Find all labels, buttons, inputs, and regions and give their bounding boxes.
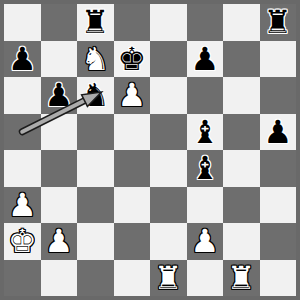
piece-black-knight-c6[interactable]: ♞	[81, 77, 110, 114]
piece-black-rook-c8[interactable]: ♜	[81, 4, 110, 41]
piece-black-pawn-b6[interactable]: ♟	[44, 77, 73, 114]
square-c5[interactable]	[77, 114, 114, 151]
square-h5[interactable]: ♟	[260, 114, 297, 151]
square-b6[interactable]: ♟	[41, 77, 78, 114]
square-a8[interactable]	[4, 4, 41, 41]
square-d6[interactable]: ♟	[114, 77, 151, 114]
square-h6[interactable]	[260, 77, 297, 114]
piece-black-rook-h8[interactable]: ♜	[263, 4, 292, 41]
square-h8[interactable]: ♜	[260, 4, 297, 41]
piece-white-rook-g1[interactable]: ♜	[227, 260, 256, 297]
piece-white-pawn-f2[interactable]: ♟	[190, 223, 219, 260]
square-h1[interactable]	[260, 260, 297, 297]
piece-black-pawn-h5[interactable]: ♟	[263, 114, 292, 151]
square-g3[interactable]	[223, 187, 260, 224]
square-a6[interactable]	[4, 77, 41, 114]
square-f7[interactable]: ♟	[187, 41, 224, 78]
piece-black-pawn-f7[interactable]: ♟	[190, 41, 219, 78]
chessboard: ♜♜♟♞♚♟♟♞♟♝♟♝♟♚♟♟♜♜	[4, 4, 296, 296]
square-g2[interactable]	[223, 223, 260, 260]
piece-white-rook-e1[interactable]: ♜	[154, 260, 183, 297]
piece-black-bishop-f4[interactable]: ♝	[190, 150, 219, 187]
square-f4[interactable]: ♝	[187, 150, 224, 187]
square-g5[interactable]	[223, 114, 260, 151]
square-d1[interactable]	[114, 260, 151, 297]
square-g1[interactable]: ♜	[223, 260, 260, 297]
square-c2[interactable]	[77, 223, 114, 260]
square-b1[interactable]	[41, 260, 78, 297]
square-a4[interactable]	[4, 150, 41, 187]
square-e2[interactable]	[150, 223, 187, 260]
piece-white-king-a2[interactable]: ♚	[8, 223, 37, 260]
square-h2[interactable]	[260, 223, 297, 260]
square-f8[interactable]	[187, 4, 224, 41]
piece-white-knight-c7[interactable]: ♞	[81, 41, 110, 78]
square-b5[interactable]	[41, 114, 78, 151]
square-c1[interactable]	[77, 260, 114, 297]
square-e1[interactable]: ♜	[150, 260, 187, 297]
square-d7[interactable]: ♚	[114, 41, 151, 78]
square-c6[interactable]: ♞	[77, 77, 114, 114]
piece-black-pawn-a7[interactable]: ♟	[8, 41, 37, 78]
square-d2[interactable]	[114, 223, 151, 260]
square-g7[interactable]	[223, 41, 260, 78]
square-e5[interactable]	[150, 114, 187, 151]
square-b4[interactable]	[41, 150, 78, 187]
square-f3[interactable]	[187, 187, 224, 224]
square-e4[interactable]	[150, 150, 187, 187]
square-e8[interactable]	[150, 4, 187, 41]
square-c3[interactable]	[77, 187, 114, 224]
piece-white-pawn-d6[interactable]: ♟	[117, 77, 146, 114]
square-f6[interactable]	[187, 77, 224, 114]
square-h7[interactable]	[260, 41, 297, 78]
piece-black-king-d7[interactable]: ♚	[117, 41, 146, 78]
chessboard-container: ♜♜♟♞♚♟♟♞♟♝♟♝♟♚♟♟♜♜	[0, 0, 300, 300]
square-g6[interactable]	[223, 77, 260, 114]
square-f1[interactable]	[187, 260, 224, 297]
square-b2[interactable]: ♟	[41, 223, 78, 260]
square-b3[interactable]	[41, 187, 78, 224]
square-g4[interactable]	[223, 150, 260, 187]
piece-white-pawn-a3[interactable]: ♟	[8, 187, 37, 224]
square-f5[interactable]: ♝	[187, 114, 224, 151]
square-a1[interactable]	[4, 260, 41, 297]
piece-black-bishop-f5[interactable]: ♝	[190, 114, 219, 151]
square-h4[interactable]	[260, 150, 297, 187]
square-d4[interactable]	[114, 150, 151, 187]
square-e7[interactable]	[150, 41, 187, 78]
square-c4[interactable]	[77, 150, 114, 187]
square-e6[interactable]	[150, 77, 187, 114]
square-c8[interactable]: ♜	[77, 4, 114, 41]
square-b7[interactable]	[41, 41, 78, 78]
square-h3[interactable]	[260, 187, 297, 224]
square-a5[interactable]	[4, 114, 41, 151]
square-c7[interactable]: ♞	[77, 41, 114, 78]
square-d8[interactable]	[114, 4, 151, 41]
square-b8[interactable]	[41, 4, 78, 41]
square-g8[interactable]	[223, 4, 260, 41]
square-d5[interactable]	[114, 114, 151, 151]
square-a2[interactable]: ♚	[4, 223, 41, 260]
square-a7[interactable]: ♟	[4, 41, 41, 78]
square-e3[interactable]	[150, 187, 187, 224]
square-d3[interactable]	[114, 187, 151, 224]
piece-white-pawn-b2[interactable]: ♟	[44, 223, 73, 260]
square-f2[interactable]: ♟	[187, 223, 224, 260]
square-a3[interactable]: ♟	[4, 187, 41, 224]
